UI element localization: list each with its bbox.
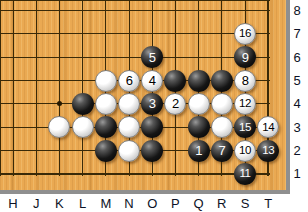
black-stone-S1[interactable]: 11 bbox=[234, 163, 256, 185]
column-label-S: S bbox=[237, 195, 253, 211]
white-stone-S4[interactable]: 12 bbox=[234, 93, 256, 115]
white-stone-N4[interactable] bbox=[118, 93, 140, 115]
column-label-K: K bbox=[51, 195, 67, 211]
white-stone-N5[interactable]: 6 bbox=[118, 70, 140, 92]
white-stone-S2[interactable]: 10 bbox=[234, 140, 256, 162]
row-label-4: 4 bbox=[289, 96, 305, 112]
white-stone-S5[interactable]: 8 bbox=[234, 70, 256, 92]
black-stone-Q2[interactable]: 1 bbox=[188, 140, 210, 162]
white-stone-O5[interactable]: 4 bbox=[141, 70, 163, 92]
go-diagram: 16596483212151417101311 HJKLMNOPQRST 876… bbox=[0, 0, 308, 212]
move-number: 8 bbox=[242, 74, 249, 87]
move-number: 5 bbox=[149, 51, 156, 64]
star-point bbox=[57, 101, 62, 106]
move-number: 12 bbox=[239, 98, 251, 110]
column-label-N: N bbox=[121, 195, 137, 211]
row-label-8: 8 bbox=[289, 3, 305, 19]
white-stone-P4[interactable]: 2 bbox=[164, 93, 186, 115]
column-label-M: M bbox=[98, 195, 114, 211]
black-stone-O2[interactable] bbox=[141, 140, 163, 162]
column-label-J: J bbox=[28, 195, 44, 211]
black-stone-R2[interactable]: 7 bbox=[211, 140, 233, 162]
row-label-1: 1 bbox=[289, 166, 305, 182]
column-label-R: R bbox=[214, 195, 230, 211]
black-stone-M2[interactable] bbox=[95, 140, 117, 162]
black-stone-P5[interactable] bbox=[164, 70, 186, 92]
white-stone-M5[interactable] bbox=[95, 70, 117, 92]
white-stone-T3[interactable]: 14 bbox=[257, 116, 279, 138]
black-stone-R5[interactable] bbox=[211, 70, 233, 92]
white-stone-N2[interactable] bbox=[118, 140, 140, 162]
grid-line bbox=[0, 33, 270, 34]
black-stone-M3[interactable] bbox=[95, 116, 117, 138]
column-label-L: L bbox=[75, 195, 91, 211]
black-stone-Q5[interactable] bbox=[188, 70, 210, 92]
move-number: 14 bbox=[262, 122, 274, 134]
black-stone-L4[interactable] bbox=[72, 93, 94, 115]
column-label-H: H bbox=[5, 195, 21, 211]
grid-line bbox=[59, 0, 60, 176]
grid-line bbox=[36, 0, 37, 176]
grid-line bbox=[0, 0, 1, 176]
grid-line bbox=[0, 173, 270, 175]
row-label-5: 5 bbox=[289, 73, 305, 89]
move-number: 3 bbox=[149, 97, 156, 110]
black-stone-S3[interactable]: 15 bbox=[234, 116, 256, 138]
white-stone-K3[interactable] bbox=[48, 116, 70, 138]
grid-line bbox=[0, 57, 270, 58]
row-label-7: 7 bbox=[289, 26, 305, 42]
column-label-P: P bbox=[167, 195, 183, 211]
row-label-6: 6 bbox=[289, 49, 305, 65]
white-stone-Q4[interactable] bbox=[188, 93, 210, 115]
row-label-2: 2 bbox=[289, 143, 305, 159]
grid-line bbox=[0, 10, 270, 11]
board-bottom-edge-shadow bbox=[0, 190, 290, 194]
black-stone-O4[interactable]: 3 bbox=[141, 93, 163, 115]
white-stone-N3[interactable] bbox=[118, 116, 140, 138]
move-number: 10 bbox=[239, 145, 251, 157]
move-number: 1 bbox=[195, 144, 202, 157]
move-number: 16 bbox=[239, 28, 251, 40]
move-number: 15 bbox=[239, 122, 251, 134]
column-label-O: O bbox=[144, 195, 160, 211]
white-stone-M4[interactable] bbox=[95, 93, 117, 115]
black-stone-Q3[interactable] bbox=[188, 116, 210, 138]
white-stone-L3[interactable] bbox=[72, 116, 94, 138]
move-number: 11 bbox=[240, 168, 251, 180]
move-number: 4 bbox=[149, 74, 156, 87]
row-label-3: 3 bbox=[289, 119, 305, 135]
grid-line bbox=[0, 0, 270, 1]
column-label-T: T bbox=[260, 195, 276, 211]
move-number: 7 bbox=[218, 144, 225, 157]
white-stone-S7[interactable]: 16 bbox=[234, 23, 256, 45]
black-stone-O3[interactable] bbox=[141, 116, 163, 138]
black-stone-S6[interactable]: 9 bbox=[234, 46, 256, 68]
white-stone-R3[interactable] bbox=[211, 116, 233, 138]
grid-line bbox=[13, 0, 14, 176]
column-label-Q: Q bbox=[191, 195, 207, 211]
grid-line bbox=[82, 0, 83, 176]
white-stone-R4[interactable] bbox=[211, 93, 233, 115]
move-number: 2 bbox=[172, 97, 179, 110]
black-stone-O6[interactable]: 5 bbox=[141, 46, 163, 68]
move-number: 13 bbox=[262, 145, 274, 157]
move-number: 6 bbox=[126, 74, 133, 87]
go-board[interactable]: 16596483212151417101311 bbox=[0, 0, 286, 190]
move-number: 9 bbox=[242, 51, 249, 64]
black-stone-T2[interactable]: 13 bbox=[257, 140, 279, 162]
